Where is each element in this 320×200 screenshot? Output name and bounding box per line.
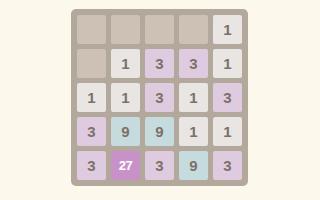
empty-cell [179,15,208,44]
tile-1: 1 [213,15,242,44]
tile-1: 1 [213,117,242,146]
tile-3: 3 [145,49,174,78]
tile-3: 3 [179,49,208,78]
tile-3: 3 [77,151,106,180]
app-background: 113311131339911327393 [0,0,320,200]
empty-cell [77,15,106,44]
game-board[interactable]: 113311131339911327393 [71,9,248,186]
tile-3: 3 [145,83,174,112]
tile-1: 1 [77,83,106,112]
tile-3: 3 [145,151,174,180]
empty-cell [77,49,106,78]
empty-cell [111,15,140,44]
tile-1: 1 [213,49,242,78]
tile-9: 9 [179,151,208,180]
empty-cell [145,15,174,44]
tile-3: 3 [77,117,106,146]
tile-27: 27 [111,151,140,180]
tile-9: 9 [145,117,174,146]
tile-1: 1 [111,49,140,78]
tile-9: 9 [111,117,140,146]
tile-1: 1 [111,83,140,112]
tile-3: 3 [213,83,242,112]
tile-1: 1 [179,83,208,112]
tile-3: 3 [213,151,242,180]
tile-1: 1 [179,117,208,146]
